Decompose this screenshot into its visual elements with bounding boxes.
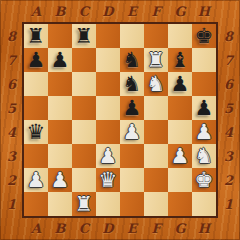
square-d3[interactable]: ♟ <box>96 144 120 168</box>
square-h7[interactable] <box>192 48 216 72</box>
square-f2[interactable] <box>144 168 168 192</box>
square-e4[interactable]: ♟ <box>120 120 144 144</box>
rank-label-3-left: 3 <box>0 144 23 168</box>
square-g6[interactable]: ♟ <box>168 72 192 96</box>
rank-label-4-left: 4 <box>0 120 23 144</box>
square-g7[interactable]: ♝ <box>168 48 192 72</box>
piece-black-pawn[interactable]: ♟ <box>195 96 214 120</box>
piece-black-pawn[interactable]: ♟ <box>27 48 46 72</box>
square-g8[interactable] <box>168 24 192 48</box>
piece-white-knight[interactable]: ♞ <box>147 72 166 96</box>
piece-white-pawn[interactable]: ♟ <box>123 120 142 144</box>
chess-board-app: ABCDEFGH ABCDEFGH 87654321 87654321 ♜♜♚♟… <box>0 0 240 240</box>
square-f8[interactable] <box>144 24 168 48</box>
piece-white-rook[interactable]: ♜ <box>75 192 94 216</box>
piece-white-knight[interactable]: ♞ <box>195 144 214 168</box>
square-a1[interactable] <box>24 192 48 216</box>
square-c5[interactable] <box>72 96 96 120</box>
square-d4[interactable] <box>96 120 120 144</box>
square-c6[interactable] <box>72 72 96 96</box>
file-label-a-bottom: A <box>24 217 48 240</box>
file-label-a-top: A <box>24 0 48 23</box>
file-label-b-bottom: B <box>48 217 72 240</box>
rank-label-7-right: 7 <box>217 48 240 72</box>
file-labels-top: ABCDEFGH <box>24 0 216 23</box>
piece-black-knight[interactable]: ♞ <box>123 48 142 72</box>
square-d8[interactable] <box>96 24 120 48</box>
square-d7[interactable] <box>96 48 120 72</box>
piece-black-knight[interactable]: ♞ <box>123 72 142 96</box>
square-d5[interactable] <box>96 96 120 120</box>
piece-black-bishop[interactable]: ♝ <box>171 48 190 72</box>
square-c8[interactable]: ♜ <box>72 24 96 48</box>
square-a3[interactable] <box>24 144 48 168</box>
piece-white-pawn[interactable]: ♟ <box>195 120 214 144</box>
file-label-d-bottom: D <box>96 217 120 240</box>
square-f3[interactable] <box>144 144 168 168</box>
rank-label-8-right: 8 <box>217 24 240 48</box>
rank-label-2-right: 2 <box>217 168 240 192</box>
file-label-g-bottom: G <box>168 217 192 240</box>
rank-labels-right: 87654321 <box>217 24 240 216</box>
square-h5[interactable]: ♟ <box>192 96 216 120</box>
rank-label-8-left: 8 <box>0 24 23 48</box>
square-f7[interactable]: ♜ <box>144 48 168 72</box>
square-e1[interactable] <box>120 192 144 216</box>
piece-white-pawn[interactable]: ♟ <box>27 168 46 192</box>
piece-black-rook[interactable]: ♜ <box>27 24 46 48</box>
rank-label-4-right: 4 <box>217 120 240 144</box>
piece-white-king[interactable]: ♚ <box>195 168 214 192</box>
piece-white-pawn[interactable]: ♟ <box>51 168 70 192</box>
square-a4[interactable]: ♛ <box>24 120 48 144</box>
rank-label-5-left: 5 <box>0 96 23 120</box>
square-g3[interactable]: ♟ <box>168 144 192 168</box>
file-label-c-top: C <box>72 0 96 23</box>
rank-label-3-right: 3 <box>217 144 240 168</box>
file-label-h-top: H <box>192 0 216 23</box>
square-e6[interactable]: ♞ <box>120 72 144 96</box>
file-label-c-bottom: C <box>72 217 96 240</box>
square-a5[interactable] <box>24 96 48 120</box>
file-label-f-top: F <box>144 0 168 23</box>
square-f6[interactable]: ♞ <box>144 72 168 96</box>
square-a2[interactable]: ♟ <box>24 168 48 192</box>
square-e7[interactable]: ♞ <box>120 48 144 72</box>
square-g5[interactable] <box>168 96 192 120</box>
square-h6[interactable] <box>192 72 216 96</box>
square-h8[interactable]: ♚ <box>192 24 216 48</box>
square-c2[interactable] <box>72 168 96 192</box>
square-d1[interactable] <box>96 192 120 216</box>
square-g4[interactable] <box>168 120 192 144</box>
square-e3[interactable] <box>120 144 144 168</box>
piece-white-rook[interactable]: ♜ <box>147 48 166 72</box>
file-label-d-top: D <box>96 0 120 23</box>
piece-black-pawn[interactable]: ♟ <box>123 96 142 120</box>
square-e8[interactable] <box>120 24 144 48</box>
square-b2[interactable]: ♟ <box>48 168 72 192</box>
square-h3[interactable]: ♞ <box>192 144 216 168</box>
square-b1[interactable] <box>48 192 72 216</box>
square-d2[interactable]: ♛ <box>96 168 120 192</box>
file-label-e-top: E <box>120 0 144 23</box>
square-a6[interactable] <box>24 72 48 96</box>
piece-black-queen[interactable]: ♛ <box>27 120 46 144</box>
rank-label-5-right: 5 <box>217 96 240 120</box>
rank-label-7-left: 7 <box>0 48 23 72</box>
file-label-g-top: G <box>168 0 192 23</box>
square-d6[interactable] <box>96 72 120 96</box>
square-c7[interactable] <box>72 48 96 72</box>
square-a7[interactable]: ♟ <box>24 48 48 72</box>
square-g1[interactable] <box>168 192 192 216</box>
piece-black-pawn[interactable]: ♟ <box>171 72 190 96</box>
square-b8[interactable] <box>48 24 72 48</box>
square-h2[interactable]: ♚ <box>192 168 216 192</box>
square-c3[interactable] <box>72 144 96 168</box>
piece-black-pawn[interactable]: ♟ <box>51 48 70 72</box>
square-h4[interactable]: ♟ <box>192 120 216 144</box>
file-label-h-bottom: H <box>192 217 216 240</box>
file-label-f-bottom: F <box>144 217 168 240</box>
square-b4[interactable] <box>48 120 72 144</box>
piece-white-pawn[interactable]: ♟ <box>171 144 190 168</box>
square-e2[interactable] <box>120 168 144 192</box>
rank-labels-left: 87654321 <box>0 24 23 216</box>
piece-white-pawn[interactable]: ♟ <box>99 144 118 168</box>
square-e5[interactable]: ♟ <box>120 96 144 120</box>
chess-board: ♜♜♚♟♟♞♜♝♞♞♟♟♟♛♟♟♟♟♞♟♟♛♚♜ <box>22 22 218 218</box>
square-c4[interactable] <box>72 120 96 144</box>
square-b3[interactable] <box>48 144 72 168</box>
square-b5[interactable] <box>48 96 72 120</box>
square-c1[interactable]: ♜ <box>72 192 96 216</box>
square-g2[interactable] <box>168 168 192 192</box>
piece-black-rook[interactable]: ♜ <box>75 24 94 48</box>
rank-label-2-left: 2 <box>0 168 23 192</box>
square-b6[interactable] <box>48 72 72 96</box>
rank-label-6-right: 6 <box>217 72 240 96</box>
rank-label-6-left: 6 <box>0 72 23 96</box>
rank-label-1-right: 1 <box>217 192 240 216</box>
square-a8[interactable]: ♜ <box>24 24 48 48</box>
square-f1[interactable] <box>144 192 168 216</box>
file-label-e-bottom: E <box>120 217 144 240</box>
square-f5[interactable] <box>144 96 168 120</box>
rank-label-1-left: 1 <box>0 192 23 216</box>
piece-black-king[interactable]: ♚ <box>195 24 214 48</box>
file-labels-bottom: ABCDEFGH <box>24 217 216 240</box>
square-f4[interactable] <box>144 120 168 144</box>
square-b7[interactable]: ♟ <box>48 48 72 72</box>
square-h1[interactable] <box>192 192 216 216</box>
piece-white-queen[interactable]: ♛ <box>99 168 118 192</box>
file-label-b-top: B <box>48 0 72 23</box>
